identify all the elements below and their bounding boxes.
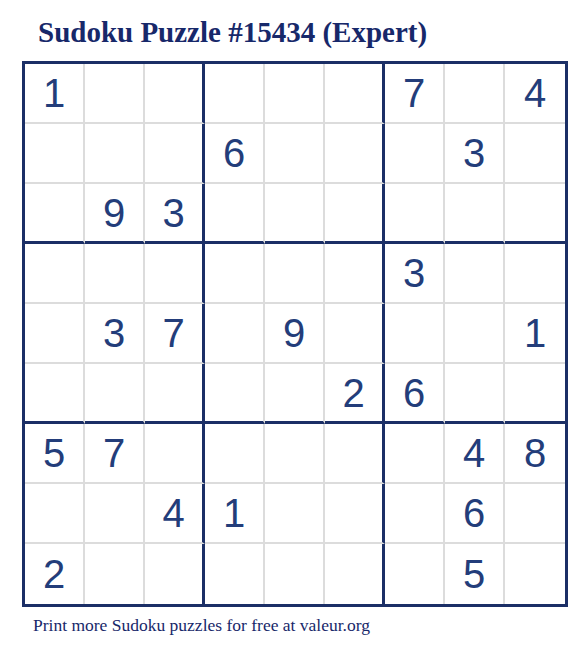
- sudoku-cell: [25, 364, 85, 424]
- sudoku-cell: [325, 244, 385, 304]
- sudoku-cell: 9: [85, 184, 145, 244]
- sudoku-cell: [265, 124, 325, 184]
- sudoku-cell: [145, 244, 205, 304]
- sudoku-cell: [385, 424, 445, 484]
- sudoku-cell: 1: [25, 64, 85, 124]
- sudoku-cell: [265, 424, 325, 484]
- sudoku-cell: [85, 244, 145, 304]
- sudoku-cell: 2: [25, 544, 85, 604]
- sudoku-cell: [445, 184, 505, 244]
- sudoku-cell: [205, 64, 265, 124]
- sudoku-cell: [25, 484, 85, 544]
- sudoku-cell: [505, 244, 565, 304]
- sudoku-cell: [265, 484, 325, 544]
- sudoku-cell: [385, 484, 445, 544]
- sudoku-cell: 3: [85, 304, 145, 364]
- sudoku-cell: [25, 244, 85, 304]
- sudoku-cell: [205, 364, 265, 424]
- sudoku-cell: 7: [385, 64, 445, 124]
- sudoku-cell: 1: [505, 304, 565, 364]
- sudoku-cell: [205, 544, 265, 604]
- sudoku-cell: [445, 364, 505, 424]
- sudoku-cell: [85, 64, 145, 124]
- sudoku-cell: [85, 124, 145, 184]
- sudoku-cell: [445, 64, 505, 124]
- sudoku-cell: [325, 484, 385, 544]
- sudoku-cell: [505, 124, 565, 184]
- page-title: Sudoku Puzzle #15434 (Expert): [38, 16, 427, 49]
- sudoku-cell: [205, 424, 265, 484]
- sudoku-cell: [265, 544, 325, 604]
- sudoku-cell: [385, 184, 445, 244]
- sudoku-cell: [145, 544, 205, 604]
- sudoku-cell: [145, 124, 205, 184]
- sudoku-cell: [85, 484, 145, 544]
- sudoku-cell: 9: [265, 304, 325, 364]
- sudoku-cell: [385, 304, 445, 364]
- sudoku-cell: [25, 304, 85, 364]
- sudoku-cell: 1: [205, 484, 265, 544]
- sudoku-cell: [265, 244, 325, 304]
- sudoku-cell: [265, 184, 325, 244]
- sudoku-cell: [85, 364, 145, 424]
- sudoku-cell: [25, 184, 85, 244]
- sudoku-cell: [505, 484, 565, 544]
- sudoku-cell: 5: [25, 424, 85, 484]
- sudoku-cell: 3: [445, 124, 505, 184]
- sudoku-cell: 2: [325, 364, 385, 424]
- sudoku-cell: [325, 424, 385, 484]
- sudoku-cell: [385, 544, 445, 604]
- sudoku-cell: 4: [445, 424, 505, 484]
- sudoku-cell: [145, 364, 205, 424]
- sudoku-cell: [25, 124, 85, 184]
- sudoku-cell: [445, 244, 505, 304]
- sudoku-cell: [145, 424, 205, 484]
- sudoku-cell: [85, 544, 145, 604]
- footer-text: Print more Sudoku puzzles for free at va…: [33, 615, 370, 636]
- sudoku-cell: [505, 364, 565, 424]
- sudoku-cell: [325, 544, 385, 604]
- sudoku-cell: 4: [145, 484, 205, 544]
- sudoku-cell: [505, 544, 565, 604]
- sudoku-board: 17463933379126574841625: [22, 61, 568, 607]
- sudoku-cell: 8: [505, 424, 565, 484]
- sudoku-cell: [325, 184, 385, 244]
- sudoku-cell: [205, 184, 265, 244]
- sudoku-cell: 3: [145, 184, 205, 244]
- sudoku-cell: 6: [205, 124, 265, 184]
- sudoku-cell: [265, 364, 325, 424]
- sudoku-cell: [505, 184, 565, 244]
- sudoku-cell: [385, 124, 445, 184]
- sudoku-cell: 6: [385, 364, 445, 424]
- sudoku-cell: [205, 244, 265, 304]
- sudoku-cell: 6: [445, 484, 505, 544]
- sudoku-cell: 3: [385, 244, 445, 304]
- sudoku-cell: [145, 64, 205, 124]
- sudoku-cell: [265, 64, 325, 124]
- sudoku-cell: [325, 304, 385, 364]
- sudoku-cell: [325, 124, 385, 184]
- sudoku-cell: [205, 304, 265, 364]
- sudoku-cell: [325, 64, 385, 124]
- sudoku-cell: 5: [445, 544, 505, 604]
- sudoku-cell: [445, 304, 505, 364]
- sudoku-cell: 4: [505, 64, 565, 124]
- sudoku-cell: 7: [145, 304, 205, 364]
- sudoku-cell: 7: [85, 424, 145, 484]
